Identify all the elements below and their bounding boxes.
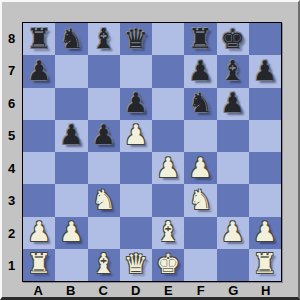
rank-label-1: 1 bbox=[2, 250, 21, 283]
piece-black-pawn: ♟ bbox=[221, 89, 245, 116]
piece-black-pawn: ♟ bbox=[27, 57, 51, 84]
square-b8[interactable]: ♞ bbox=[55, 23, 87, 55]
piece-white-pawn: ♟ bbox=[253, 218, 277, 245]
square-g8[interactable]: ♚ bbox=[217, 23, 249, 55]
file-labels: ABCDEFGH bbox=[22, 282, 282, 298]
square-c1[interactable]: ♝ bbox=[88, 249, 120, 281]
square-d1[interactable]: ♛ bbox=[120, 249, 152, 281]
square-a6[interactable] bbox=[23, 88, 55, 120]
square-e6[interactable] bbox=[152, 88, 184, 120]
piece-black-rook: ♜ bbox=[188, 25, 212, 52]
piece-white-pawn: ♟ bbox=[27, 218, 51, 245]
square-h4[interactable] bbox=[249, 152, 281, 184]
square-b6[interactable] bbox=[55, 88, 87, 120]
rank-label-2: 2 bbox=[2, 217, 21, 250]
rank-label-4: 4 bbox=[2, 152, 21, 185]
square-c5[interactable]: ♟ bbox=[88, 120, 120, 152]
file-label-c: C bbox=[87, 282, 120, 298]
piece-black-pawn: ♟ bbox=[124, 89, 148, 116]
square-c3[interactable]: ♞ bbox=[88, 184, 120, 216]
square-e1[interactable]: ♚ bbox=[152, 249, 184, 281]
board-frame: 87654321 ♜♞♝♛♜♚♟♟♝♟♟♞♟♟♟♟♟♟♞♞♟♟♝♟♟♜♝♛♚♜ … bbox=[0, 0, 300, 300]
rank-label-5: 5 bbox=[2, 120, 21, 153]
square-b5[interactable]: ♟ bbox=[55, 120, 87, 152]
square-a5[interactable] bbox=[23, 120, 55, 152]
square-f5[interactable] bbox=[184, 120, 216, 152]
square-d7[interactable] bbox=[120, 55, 152, 87]
piece-white-pawn: ♟ bbox=[156, 154, 180, 181]
square-e7[interactable] bbox=[152, 55, 184, 87]
rank-labels: 87654321 bbox=[2, 22, 21, 282]
square-d4[interactable] bbox=[120, 152, 152, 184]
piece-black-pawn: ♟ bbox=[188, 57, 212, 84]
square-g5[interactable] bbox=[217, 120, 249, 152]
square-g1[interactable] bbox=[217, 249, 249, 281]
piece-black-king: ♚ bbox=[221, 25, 245, 52]
square-e4[interactable]: ♟ bbox=[152, 152, 184, 184]
square-b7[interactable] bbox=[55, 55, 87, 87]
piece-black-knight: ♞ bbox=[59, 25, 83, 52]
square-h7[interactable]: ♟ bbox=[249, 55, 281, 87]
square-h2[interactable]: ♟ bbox=[249, 217, 281, 249]
piece-black-bishop: ♝ bbox=[92, 25, 116, 52]
piece-white-rook: ♜ bbox=[253, 250, 277, 277]
square-a8[interactable]: ♜ bbox=[23, 23, 55, 55]
piece-black-rook: ♜ bbox=[27, 25, 51, 52]
piece-white-bishop: ♝ bbox=[156, 218, 180, 245]
square-g7[interactable]: ♝ bbox=[217, 55, 249, 87]
piece-white-pawn: ♟ bbox=[124, 121, 148, 148]
square-b2[interactable]: ♟ bbox=[55, 217, 87, 249]
rank-label-3: 3 bbox=[2, 185, 21, 218]
square-e2[interactable]: ♝ bbox=[152, 217, 184, 249]
piece-white-pawn: ♟ bbox=[221, 218, 245, 245]
piece-white-king: ♚ bbox=[156, 250, 180, 277]
piece-black-pawn: ♟ bbox=[92, 121, 116, 148]
square-d8[interactable]: ♛ bbox=[120, 23, 152, 55]
file-label-e: E bbox=[152, 282, 185, 298]
piece-black-bishop: ♝ bbox=[221, 57, 245, 84]
piece-black-knight: ♞ bbox=[188, 89, 212, 116]
square-b3[interactable] bbox=[55, 184, 87, 216]
square-h8[interactable] bbox=[249, 23, 281, 55]
file-label-g: G bbox=[217, 282, 250, 298]
piece-white-knight: ♞ bbox=[188, 186, 212, 213]
square-g4[interactable] bbox=[217, 152, 249, 184]
square-f3[interactable]: ♞ bbox=[184, 184, 216, 216]
piece-white-pawn: ♟ bbox=[188, 154, 212, 181]
square-a3[interactable] bbox=[23, 184, 55, 216]
file-label-a: A bbox=[22, 282, 55, 298]
file-label-d: D bbox=[120, 282, 153, 298]
piece-white-pawn: ♟ bbox=[59, 218, 83, 245]
square-f6[interactable]: ♞ bbox=[184, 88, 216, 120]
square-g2[interactable]: ♟ bbox=[217, 217, 249, 249]
square-h5[interactable] bbox=[249, 120, 281, 152]
square-e8[interactable] bbox=[152, 23, 184, 55]
square-d3[interactable] bbox=[120, 184, 152, 216]
piece-black-queen: ♛ bbox=[124, 25, 148, 52]
square-d5[interactable]: ♟ bbox=[120, 120, 152, 152]
rank-label-6: 6 bbox=[2, 87, 21, 120]
square-f8[interactable]: ♜ bbox=[184, 23, 216, 55]
piece-white-queen: ♛ bbox=[124, 250, 148, 277]
square-c6[interactable] bbox=[88, 88, 120, 120]
piece-white-rook: ♜ bbox=[27, 250, 51, 277]
square-c2[interactable] bbox=[88, 217, 120, 249]
square-f7[interactable]: ♟ bbox=[184, 55, 216, 87]
square-f1[interactable] bbox=[184, 249, 216, 281]
file-label-h: H bbox=[250, 282, 283, 298]
square-h6[interactable] bbox=[249, 88, 281, 120]
square-e5[interactable] bbox=[152, 120, 184, 152]
square-f4[interactable]: ♟ bbox=[184, 152, 216, 184]
square-g6[interactable]: ♟ bbox=[217, 88, 249, 120]
square-e3[interactable] bbox=[152, 184, 184, 216]
square-g3[interactable] bbox=[217, 184, 249, 216]
piece-black-pawn: ♟ bbox=[253, 57, 277, 84]
rank-label-7: 7 bbox=[2, 55, 21, 88]
square-a7[interactable]: ♟ bbox=[23, 55, 55, 87]
square-h1[interactable]: ♜ bbox=[249, 249, 281, 281]
square-a4[interactable] bbox=[23, 152, 55, 184]
square-c4[interactable] bbox=[88, 152, 120, 184]
square-c7[interactable] bbox=[88, 55, 120, 87]
square-a1[interactable]: ♜ bbox=[23, 249, 55, 281]
file-label-f: F bbox=[185, 282, 218, 298]
piece-white-knight: ♞ bbox=[92, 186, 116, 213]
square-h3[interactable] bbox=[249, 184, 281, 216]
file-label-b: B bbox=[55, 282, 88, 298]
square-b4[interactable] bbox=[55, 152, 87, 184]
square-d2[interactable] bbox=[120, 217, 152, 249]
square-c8[interactable]: ♝ bbox=[88, 23, 120, 55]
square-d6[interactable]: ♟ bbox=[120, 88, 152, 120]
chess-board: ♜♞♝♛♜♚♟♟♝♟♟♞♟♟♟♟♟♟♞♞♟♟♝♟♟♜♝♛♚♜ bbox=[22, 22, 282, 282]
square-a2[interactable]: ♟ bbox=[23, 217, 55, 249]
piece-white-bishop: ♝ bbox=[92, 250, 116, 277]
piece-black-pawn: ♟ bbox=[59, 121, 83, 148]
square-f2[interactable] bbox=[184, 217, 216, 249]
rank-label-8: 8 bbox=[2, 22, 21, 55]
square-b1[interactable] bbox=[55, 249, 87, 281]
